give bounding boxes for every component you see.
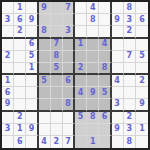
cell-r7c9-empty[interactable] [99, 75, 111, 87]
cell-r1c10-empty[interactable] [112, 2, 124, 14]
cell-r10c5-empty[interactable] [51, 112, 63, 124]
cell-r6c11-empty[interactable] [124, 63, 136, 75]
cell-r11c2-given-1[interactable]: 1 [14, 124, 26, 136]
cell-r9c6-given-8[interactable]: 8 [63, 99, 75, 111]
cell-r2c9-empty[interactable] [99, 14, 111, 26]
cell-r2c3-given-9[interactable]: 9 [26, 14, 38, 26]
cell-r12c12-empty[interactable] [136, 136, 148, 148]
cell-r9c9-empty[interactable] [99, 99, 111, 111]
cell-r10c12-empty[interactable] [136, 112, 148, 124]
cell-r4c5-given-7[interactable]: 7 [51, 39, 63, 51]
cell-r10c9-given-6[interactable]: 6 [99, 112, 111, 124]
cell-r7c4-given-5[interactable]: 5 [39, 75, 51, 87]
cell-r11c5-empty[interactable] [51, 124, 63, 136]
cell-r8c12-empty[interactable] [136, 87, 148, 99]
cell-r5c7-empty[interactable] [75, 51, 87, 63]
cell-r1c6-given-7[interactable]: 7 [63, 2, 75, 14]
cell-r3c6-given-3[interactable]: 3 [63, 26, 75, 38]
cell-r9c10-given-3[interactable]: 3 [112, 99, 124, 111]
cell-r6c9-given-8[interactable]: 8 [99, 63, 111, 75]
cell-r4c9-given-4[interactable]: 4 [99, 39, 111, 51]
cell-r3c12-empty[interactable] [136, 26, 148, 38]
cell-r4c8-empty[interactable] [87, 39, 99, 51]
cell-r1c5-empty[interactable] [51, 2, 63, 14]
cell-r11c4-empty[interactable] [39, 124, 51, 136]
cell-r2c6-empty[interactable] [63, 14, 75, 26]
cell-r4c4-empty[interactable] [39, 39, 51, 51]
cell-r5c8-empty[interactable] [87, 51, 99, 63]
cell-r8c10-empty[interactable] [112, 87, 124, 99]
cell-r1c3-empty[interactable] [26, 2, 38, 14]
cell-r5c4-empty[interactable] [39, 51, 51, 63]
cell-r7c11-empty[interactable] [124, 75, 136, 87]
cell-r8c6-empty[interactable] [63, 87, 75, 99]
cell-r10c6-empty[interactable] [63, 112, 75, 124]
cell-r10c2-given-2[interactable]: 2 [14, 112, 26, 124]
cell-r7c12-given-2[interactable]: 2 [136, 75, 148, 87]
cell-r12c4-given-4[interactable]: 4 [39, 136, 51, 148]
cell-r2c4-empty[interactable] [39, 14, 51, 26]
cell-r6c7-given-2[interactable]: 2 [75, 63, 87, 75]
cell-r1c2-given-1[interactable]: 1 [14, 2, 26, 14]
cell-r4c11-empty[interactable] [124, 39, 136, 51]
cell-r5c10-empty[interactable] [112, 51, 124, 63]
cell-r6c1-empty[interactable] [2, 63, 14, 75]
cell-r6c12-empty[interactable] [136, 63, 148, 75]
cell-r9c11-empty[interactable] [124, 99, 136, 111]
cell-r4c12-empty[interactable] [136, 39, 148, 51]
cell-r8c4-empty[interactable] [39, 87, 51, 99]
cell-r11c7-empty[interactable] [75, 124, 87, 136]
cell-r4c2-empty[interactable] [14, 39, 26, 51]
cell-r4c10-empty[interactable] [112, 39, 124, 51]
cell-r1c4-given-9[interactable]: 9 [39, 2, 51, 14]
cell-r11c6-empty[interactable] [63, 124, 75, 136]
cell-r5c5-given-8[interactable]: 8 [51, 51, 63, 63]
cell-r3c9-empty[interactable] [99, 26, 111, 38]
cell-r5c2-empty[interactable] [14, 51, 26, 63]
cell-r9c4-empty[interactable] [39, 99, 51, 111]
cell-r1c9-empty[interactable] [99, 2, 111, 14]
cell-r12c11-given-8[interactable]: 8 [124, 136, 136, 148]
cell-r6c6-empty[interactable] [63, 63, 75, 75]
cell-r11c8-empty[interactable] [87, 124, 99, 136]
cell-r9c8-empty[interactable] [87, 99, 99, 111]
cell-r11c10-given-9[interactable]: 9 [112, 124, 124, 136]
cell-r10c1-empty[interactable] [2, 112, 14, 124]
cell-r11c9-empty[interactable] [99, 124, 111, 136]
cell-r12c2-given-6[interactable]: 6 [14, 136, 26, 148]
cell-r9c1-given-9[interactable]: 9 [2, 99, 14, 111]
cell-r1c7-empty[interactable] [75, 2, 87, 14]
cell-r6c3-given-1[interactable]: 1 [26, 63, 38, 75]
cell-r3c7-empty[interactable] [75, 26, 87, 38]
cell-r7c5-empty[interactable] [51, 75, 63, 87]
cell-r6c8-empty[interactable] [87, 63, 99, 75]
cell-r5c3-given-5[interactable]: 5 [26, 51, 38, 63]
cell-r7c3-empty[interactable] [26, 75, 38, 87]
cell-r2c7-empty[interactable] [75, 14, 87, 26]
cell-r8c11-empty[interactable] [124, 87, 136, 99]
cell-r4c7-given-1[interactable]: 1 [75, 39, 87, 51]
cell-r1c1-empty[interactable] [2, 2, 14, 14]
cell-r2c12-given-6[interactable]: 6 [136, 14, 148, 26]
cell-r8c1-given-6[interactable]: 6 [2, 87, 14, 99]
cell-r8c2-empty[interactable] [14, 87, 26, 99]
cell-r6c4-empty[interactable] [39, 63, 51, 75]
cell-r12c9-empty[interactable] [99, 136, 111, 148]
cell-r10c4-empty[interactable] [39, 112, 51, 124]
cell-r2c8-given-8[interactable]: 8 [87, 14, 99, 26]
cell-r9c2-empty[interactable] [14, 99, 26, 111]
cell-r7c10-given-4[interactable]: 4 [112, 75, 124, 87]
sudoku-board: 1974836989362832671425875152815642649598… [0, 0, 150, 150]
cell-r8c8-given-9[interactable]: 9 [87, 87, 99, 99]
cell-r3c10-empty[interactable] [112, 26, 124, 38]
cell-r2c5-empty[interactable] [51, 14, 63, 26]
cell-r2c11-given-3[interactable]: 3 [124, 14, 136, 26]
cell-r11c1-given-3[interactable]: 3 [2, 124, 14, 136]
cell-r3c2-given-2[interactable]: 2 [14, 26, 26, 38]
cell-r10c3-empty[interactable] [26, 112, 38, 124]
cell-r12c6-given-7[interactable]: 7 [63, 136, 75, 148]
cell-r6c5-given-5[interactable]: 5 [51, 63, 63, 75]
cell-r8c3-empty[interactable] [26, 87, 38, 99]
cell-r9c7-empty[interactable] [75, 99, 87, 111]
cell-r9c12-given-9[interactable]: 9 [136, 99, 148, 111]
cell-r3c3-empty[interactable] [26, 26, 38, 38]
cell-r8c7-given-4[interactable]: 4 [75, 87, 87, 99]
cell-r2c10-given-9[interactable]: 9 [112, 14, 124, 26]
cell-r5c6-empty[interactable] [63, 51, 75, 63]
cell-r3c8-empty[interactable] [87, 26, 99, 38]
cell-r11c11-given-3[interactable]: 3 [124, 124, 136, 136]
cell-r3c5-empty[interactable] [51, 26, 63, 38]
cell-r9c5-empty[interactable] [51, 99, 63, 111]
cell-r5c9-empty[interactable] [99, 51, 111, 63]
cell-r1c12-empty[interactable] [136, 2, 148, 14]
cell-r7c7-empty[interactable] [75, 75, 87, 87]
cell-r12c3-empty[interactable] [26, 136, 38, 148]
cell-r10c7-given-5[interactable]: 5 [75, 112, 87, 124]
cell-r7c2-empty[interactable] [14, 75, 26, 87]
cell-r3c1-empty[interactable] [2, 26, 14, 38]
cell-r1c11-given-8[interactable]: 8 [124, 2, 136, 14]
cell-r2c2-given-6[interactable]: 6 [14, 14, 26, 26]
cell-r7c6-given-6[interactable]: 6 [63, 75, 75, 87]
cell-r8c9-given-5[interactable]: 5 [99, 87, 111, 99]
cell-r6c2-empty[interactable] [14, 63, 26, 75]
cell-r12c1-empty[interactable] [2, 136, 14, 148]
cell-r6c10-empty[interactable] [112, 63, 124, 75]
cell-r3c4-given-8[interactable]: 8 [39, 26, 51, 38]
cell-r7c1-given-1[interactable]: 1 [2, 75, 14, 87]
cell-r12c8-given-1[interactable]: 1 [87, 136, 99, 148]
cell-r11c3-given-9[interactable]: 9 [26, 124, 38, 136]
cell-r4c6-empty[interactable] [63, 39, 75, 51]
cell-r5c1-given-2[interactable]: 2 [2, 51, 14, 63]
cell-r3c11-given-2[interactable]: 2 [124, 26, 136, 38]
cell-r11c12-given-1[interactable]: 1 [136, 124, 148, 136]
cell-r2c1-given-3[interactable]: 3 [2, 14, 14, 26]
cell-r4c3-given-6[interactable]: 6 [26, 39, 38, 51]
cell-r12c7-empty[interactable] [75, 136, 87, 148]
cell-r5c11-given-7[interactable]: 7 [124, 51, 136, 63]
cell-r10c10-empty[interactable] [112, 112, 124, 124]
cell-r9c3-empty[interactable] [26, 99, 38, 111]
cell-r4c1-empty[interactable] [2, 39, 14, 51]
cell-r7c8-empty[interactable] [87, 75, 99, 87]
cell-r8c5-empty[interactable] [51, 87, 63, 99]
cell-r12c5-given-2[interactable]: 2 [51, 136, 63, 148]
cell-r10c8-given-8[interactable]: 8 [87, 112, 99, 124]
cell-r1c8-given-4[interactable]: 4 [87, 2, 99, 14]
cell-r10c11-given-2[interactable]: 2 [124, 112, 136, 124]
cell-r5c12-given-5[interactable]: 5 [136, 51, 148, 63]
cell-r12c10-empty[interactable] [112, 136, 124, 148]
